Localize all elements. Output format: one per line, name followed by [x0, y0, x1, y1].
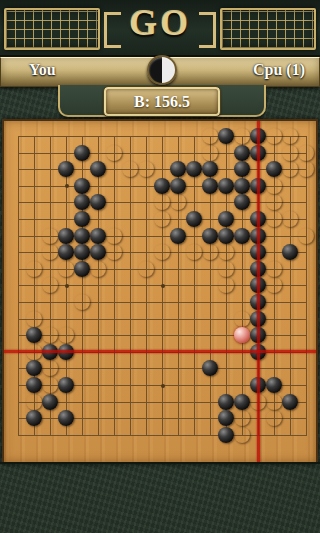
black-stone: [170, 178, 186, 194]
white-stone: [106, 244, 122, 260]
white-stone: [234, 311, 250, 327]
white-stone: [266, 178, 282, 194]
black-stone: [74, 178, 90, 194]
white-stone: [218, 244, 234, 260]
white-stone: [266, 394, 282, 410]
hoshi-point: [65, 284, 69, 288]
white-stone: [106, 145, 122, 161]
last-move-horizontal-red-line: [4, 350, 316, 353]
black-stone: [74, 228, 90, 244]
white-stone: [154, 211, 170, 227]
black-stone: [26, 327, 42, 343]
black-stone: [218, 228, 234, 244]
white-stone: [154, 244, 170, 260]
grid-line-horizontal: [18, 368, 307, 369]
black-stone: [74, 261, 90, 277]
black-stone: [218, 128, 234, 144]
white-stone: [106, 228, 122, 244]
white-stone: [58, 327, 74, 343]
black-stone: [234, 161, 250, 177]
black-stone: [234, 394, 250, 410]
black-stone: [170, 161, 186, 177]
black-stone: [90, 161, 106, 177]
black-stone: [234, 178, 250, 194]
black-stone: [74, 194, 90, 210]
white-stone: [282, 211, 298, 227]
black-stone: [26, 410, 42, 426]
grid-line-vertical: [306, 136, 307, 436]
black-stone: [74, 211, 90, 227]
score-value: B: 156.5: [106, 89, 218, 114]
white-stone: [42, 377, 58, 393]
white-stone: [218, 277, 234, 293]
white-stone: [42, 228, 58, 244]
white-stone: [282, 128, 298, 144]
black-stone: [218, 427, 234, 443]
black-stone: [90, 194, 106, 210]
black-stone: [218, 394, 234, 410]
white-stone: [234, 427, 250, 443]
white-stone: [298, 161, 314, 177]
go-board[interactable]: [2, 119, 318, 464]
white-stone: [298, 228, 314, 244]
black-stone: [170, 228, 186, 244]
score-plaque: B: 156.5: [104, 87, 220, 116]
black-stone: [58, 377, 74, 393]
white-stone: [42, 327, 58, 343]
white-stone: [266, 211, 282, 227]
white-stone: [74, 294, 90, 310]
black-stone: [218, 211, 234, 227]
black-stone: [154, 178, 170, 194]
black-stone: [26, 360, 42, 376]
white-stone: [298, 145, 314, 161]
black-stone: [202, 178, 218, 194]
white-stone: [26, 311, 42, 327]
black-stone: [202, 228, 218, 244]
white-stone: [266, 261, 282, 277]
black-stone: [234, 228, 250, 244]
black-stone: [26, 377, 42, 393]
white-stone: [122, 161, 138, 177]
white-stone: [42, 360, 58, 376]
black-stone: [234, 194, 250, 210]
black-stone: [58, 244, 74, 260]
black-stone: [218, 178, 234, 194]
white-stone: [234, 410, 250, 426]
go-app-screen: GO You Cpu (1) B: 156.5 Territory Pass: [0, 0, 320, 533]
black-stone: [186, 211, 202, 227]
white-stone: [282, 161, 298, 177]
white-stone: [266, 410, 282, 426]
white-stone: [266, 194, 282, 210]
black-stone: [202, 161, 218, 177]
white-stone: [42, 244, 58, 260]
black-stone: [74, 244, 90, 260]
black-stone: [90, 228, 106, 244]
red-marked-stone: [234, 327, 250, 343]
grid-line-vertical: [194, 136, 195, 436]
black-stone: [234, 145, 250, 161]
white-stone: [26, 261, 42, 277]
white-stone: [42, 277, 58, 293]
hoshi-point: [161, 384, 165, 388]
grid-line-horizontal: [18, 435, 307, 436]
white-stone: [138, 161, 154, 177]
black-stone: [202, 360, 218, 376]
white-stone: [266, 277, 282, 293]
black-stone: [58, 228, 74, 244]
white-stone: [266, 128, 282, 144]
player-cpu-label: Cpu (1): [253, 61, 305, 79]
white-stone: [26, 394, 42, 410]
white-stone: [58, 261, 74, 277]
white-stone: [218, 261, 234, 277]
hoshi-point: [161, 284, 165, 288]
grid-line-vertical: [290, 136, 291, 436]
app-title: GO: [0, 2, 320, 44]
white-stone: [170, 194, 186, 210]
white-stone: [202, 244, 218, 260]
black-stone: [42, 394, 58, 410]
black-stone: [58, 410, 74, 426]
black-stone: [282, 394, 298, 410]
black-stone: [266, 161, 282, 177]
black-stone: [218, 410, 234, 426]
hoshi-point: [65, 184, 69, 188]
white-stone: [154, 194, 170, 210]
white-stone: [282, 145, 298, 161]
black-stone: [186, 161, 202, 177]
white-stone: [186, 244, 202, 260]
white-stone: [202, 128, 218, 144]
black-stone: [90, 244, 106, 260]
player-you-label: You: [29, 61, 56, 79]
white-stone: [138, 261, 154, 277]
black-stone: [58, 161, 74, 177]
turn-stone-indicator-icon: [147, 55, 177, 85]
white-stone: [202, 145, 218, 161]
white-stone: [234, 128, 250, 144]
bottom-toolbar: Territory Pass: [0, 462, 320, 533]
last-move-vertical-red-line: [257, 121, 260, 462]
header: GO: [0, 0, 320, 57]
black-stone: [74, 145, 90, 161]
black-stone: [266, 377, 282, 393]
black-stone: [282, 244, 298, 260]
white-stone: [90, 261, 106, 277]
